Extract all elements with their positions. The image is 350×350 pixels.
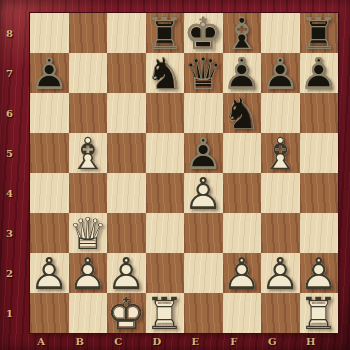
black-pawn-glyph: ♟ <box>30 54 69 94</box>
black-pawn-glyph: ♟ <box>184 134 223 174</box>
square-g1[interactable] <box>261 293 300 333</box>
square-e8[interactable]: ♚♔ <box>184 13 223 53</box>
black-rook[interactable]: ♜♖ <box>300 13 339 53</box>
black-pawn-glyph: ♟ <box>300 54 339 94</box>
black-knight[interactable]: ♞♘ <box>223 93 262 133</box>
square-e2[interactable] <box>184 253 223 293</box>
black-pawn[interactable]: ♟♙ <box>223 53 262 93</box>
black-pawn-glyph: ♟ <box>261 54 300 94</box>
black-pawn-outline: ♙ <box>184 134 223 174</box>
square-d1[interactable]: ♜♖ <box>146 293 185 333</box>
rank-labels: 87654321 <box>0 13 30 333</box>
white-pawn[interactable]: ♟♙ <box>300 253 339 293</box>
square-a8[interactable] <box>30 13 69 53</box>
square-c2[interactable]: ♟♙ <box>107 253 146 293</box>
square-c3[interactable] <box>107 213 146 253</box>
black-knight-glyph: ♞ <box>146 54 185 94</box>
square-h3[interactable] <box>300 213 339 253</box>
square-b8[interactable] <box>69 13 108 53</box>
square-d7[interactable]: ♞♘ <box>146 53 185 93</box>
square-c1[interactable]: ♚♔ <box>107 293 146 333</box>
square-g2[interactable]: ♟♙ <box>261 253 300 293</box>
white-rook-outline: ♖ <box>300 294 339 334</box>
black-pawn[interactable]: ♟♙ <box>184 133 223 173</box>
white-pawn-outline: ♙ <box>223 254 262 294</box>
white-pawn-glyph: ♟ <box>69 254 108 294</box>
square-d5[interactable] <box>146 133 185 173</box>
file-label-h: H <box>292 333 331 350</box>
square-c5[interactable] <box>107 133 146 173</box>
black-knight[interactable]: ♞♘ <box>146 53 185 93</box>
black-pawn[interactable]: ♟♙ <box>300 53 339 93</box>
black-rook[interactable]: ♜♖ <box>146 13 185 53</box>
square-d6[interactable] <box>146 93 185 133</box>
black-pawn-outline: ♙ <box>30 54 69 94</box>
white-pawn-outline: ♙ <box>300 254 339 294</box>
white-pawn-glyph: ♟ <box>261 254 300 294</box>
black-rook-glyph: ♜ <box>146 14 185 54</box>
square-a6[interactable] <box>30 93 69 133</box>
square-a5[interactable] <box>30 133 69 173</box>
white-king[interactable]: ♚♔ <box>107 293 146 333</box>
white-queen-glyph: ♛ <box>69 214 108 254</box>
white-bishop-outline: ♗ <box>261 134 300 174</box>
rank-label-8: 8 <box>1 13 18 53</box>
square-h2[interactable]: ♟♙ <box>300 253 339 293</box>
square-h8[interactable]: ♜♖ <box>300 13 339 53</box>
white-pawn[interactable]: ♟♙ <box>223 253 262 293</box>
rank-label-4: 4 <box>1 173 18 213</box>
black-rook-outline: ♖ <box>146 14 185 54</box>
square-g3[interactable] <box>261 213 300 253</box>
black-queen[interactable]: ♛♕ <box>184 53 223 93</box>
rank-label-1: 1 <box>1 293 18 333</box>
white-rook-glyph: ♜ <box>146 294 185 334</box>
square-b4[interactable] <box>69 173 108 213</box>
square-e7[interactable]: ♛♕ <box>184 53 223 93</box>
file-label-e: E <box>176 333 215 350</box>
white-pawn-glyph: ♟ <box>223 254 262 294</box>
black-king-glyph: ♚ <box>184 14 223 54</box>
square-b2[interactable]: ♟♙ <box>69 253 108 293</box>
square-f6[interactable]: ♞♘ <box>223 93 262 133</box>
square-d8[interactable]: ♜♖ <box>146 13 185 53</box>
chessboard-frame: 87654321 ABCDEFGH ♜♖♚♔♝♗♜♖♟♙♞♘♛♕♟♙♟♙♟♙♞♘… <box>0 0 350 350</box>
white-pawn-outline: ♙ <box>261 254 300 294</box>
square-d4[interactable] <box>146 173 185 213</box>
rank-label-5: 5 <box>1 133 18 173</box>
white-pawn[interactable]: ♟♙ <box>30 253 69 293</box>
file-label-g: G <box>253 333 292 350</box>
white-pawn[interactable]: ♟♙ <box>107 253 146 293</box>
square-g5[interactable]: ♝♗ <box>261 133 300 173</box>
square-h1[interactable]: ♜♖ <box>300 293 339 333</box>
square-f1[interactable] <box>223 293 262 333</box>
white-rook-outline: ♖ <box>146 294 185 334</box>
white-bishop[interactable]: ♝♗ <box>261 133 300 173</box>
file-label-b: B <box>61 333 100 350</box>
square-a7[interactable]: ♟♙ <box>30 53 69 93</box>
black-rook-glyph: ♜ <box>300 14 339 54</box>
white-queen[interactable]: ♛♕ <box>69 213 108 253</box>
square-b1[interactable] <box>69 293 108 333</box>
black-pawn-outline: ♙ <box>261 54 300 94</box>
black-king-outline: ♔ <box>184 14 223 54</box>
black-bishop-glyph: ♝ <box>223 14 262 54</box>
square-b3[interactable]: ♛♕ <box>69 213 108 253</box>
white-rook[interactable]: ♜♖ <box>146 293 185 333</box>
square-c6[interactable] <box>107 93 146 133</box>
square-c8[interactable] <box>107 13 146 53</box>
square-f3[interactable] <box>223 213 262 253</box>
black-queen-outline: ♕ <box>184 54 223 94</box>
white-bishop-glyph: ♝ <box>261 134 300 174</box>
square-f7[interactable]: ♟♙ <box>223 53 262 93</box>
square-e1[interactable] <box>184 293 223 333</box>
square-a1[interactable] <box>30 293 69 333</box>
square-e3[interactable] <box>184 213 223 253</box>
rank-label-3: 3 <box>1 213 18 253</box>
black-bishop-outline: ♗ <box>223 14 262 54</box>
square-h4[interactable] <box>300 173 339 213</box>
black-knight-glyph: ♞ <box>223 94 262 134</box>
white-rook[interactable]: ♜♖ <box>300 293 339 333</box>
square-h5[interactable] <box>300 133 339 173</box>
file-label-f: F <box>215 333 254 350</box>
white-pawn-glyph: ♟ <box>30 254 69 294</box>
file-labels: ABCDEFGH <box>30 333 338 350</box>
square-h6[interactable] <box>300 93 339 133</box>
square-c7[interactable] <box>107 53 146 93</box>
square-f4[interactable] <box>223 173 262 213</box>
black-queen-glyph: ♛ <box>184 54 223 94</box>
white-pawn-glyph: ♟ <box>300 254 339 294</box>
rank-label-7: 7 <box>1 53 18 93</box>
square-b5[interactable]: ♝♗ <box>69 133 108 173</box>
black-rook-outline: ♖ <box>300 14 339 54</box>
black-knight-outline: ♘ <box>223 94 262 134</box>
square-a4[interactable] <box>30 173 69 213</box>
rank-label-6: 6 <box>1 93 18 133</box>
square-d3[interactable] <box>146 213 185 253</box>
white-pawn-glyph: ♟ <box>184 174 223 214</box>
black-pawn-outline: ♙ <box>300 54 339 94</box>
white-rook-glyph: ♜ <box>300 294 339 334</box>
black-pawn-outline: ♙ <box>223 54 262 94</box>
file-label-d: D <box>138 333 177 350</box>
white-pawn-outline: ♙ <box>69 254 108 294</box>
white-pawn[interactable]: ♟♙ <box>184 173 223 213</box>
square-a2[interactable]: ♟♙ <box>30 253 69 293</box>
file-label-c: C <box>99 333 138 350</box>
black-knight-outline: ♘ <box>146 54 185 94</box>
square-c4[interactable] <box>107 173 146 213</box>
square-g8[interactable] <box>261 13 300 53</box>
white-pawn-outline: ♙ <box>30 254 69 294</box>
white-pawn-outline: ♙ <box>107 254 146 294</box>
square-g4[interactable] <box>261 173 300 213</box>
square-d2[interactable] <box>146 253 185 293</box>
black-bishop[interactable]: ♝♗ <box>223 13 262 53</box>
white-bishop-glyph: ♝ <box>69 134 108 174</box>
white-pawn-glyph: ♟ <box>107 254 146 294</box>
white-bishop-outline: ♗ <box>69 134 108 174</box>
square-f8[interactable]: ♝♗ <box>223 13 262 53</box>
square-e4[interactable]: ♟♙ <box>184 173 223 213</box>
square-f5[interactable] <box>223 133 262 173</box>
square-h7[interactable]: ♟♙ <box>300 53 339 93</box>
black-king[interactable]: ♚♔ <box>184 13 223 53</box>
black-pawn[interactable]: ♟♙ <box>30 53 69 93</box>
white-king-glyph: ♚ <box>107 294 146 334</box>
white-pawn-outline: ♙ <box>184 174 223 214</box>
white-pawn[interactable]: ♟♙ <box>69 253 108 293</box>
square-g7[interactable]: ♟♙ <box>261 53 300 93</box>
white-king-outline: ♔ <box>107 294 146 334</box>
white-queen-outline: ♕ <box>69 214 108 254</box>
square-a3[interactable] <box>30 213 69 253</box>
square-f2[interactable]: ♟♙ <box>223 253 262 293</box>
black-pawn[interactable]: ♟♙ <box>261 53 300 93</box>
square-b6[interactable] <box>69 93 108 133</box>
square-e6[interactable] <box>184 93 223 133</box>
white-pawn[interactable]: ♟♙ <box>261 253 300 293</box>
file-label-a: A <box>22 333 61 350</box>
square-g6[interactable] <box>261 93 300 133</box>
square-b7[interactable] <box>69 53 108 93</box>
rank-label-2: 2 <box>1 253 18 293</box>
square-e5[interactable]: ♟♙ <box>184 133 223 173</box>
chess-board: ♜♖♚♔♝♗♜♖♟♙♞♘♛♕♟♙♟♙♟♙♞♘♝♗♟♙♝♗♟♙♛♕♟♙♟♙♟♙♟♙… <box>30 13 338 333</box>
black-pawn-glyph: ♟ <box>223 54 262 94</box>
white-bishop[interactable]: ♝♗ <box>69 133 108 173</box>
